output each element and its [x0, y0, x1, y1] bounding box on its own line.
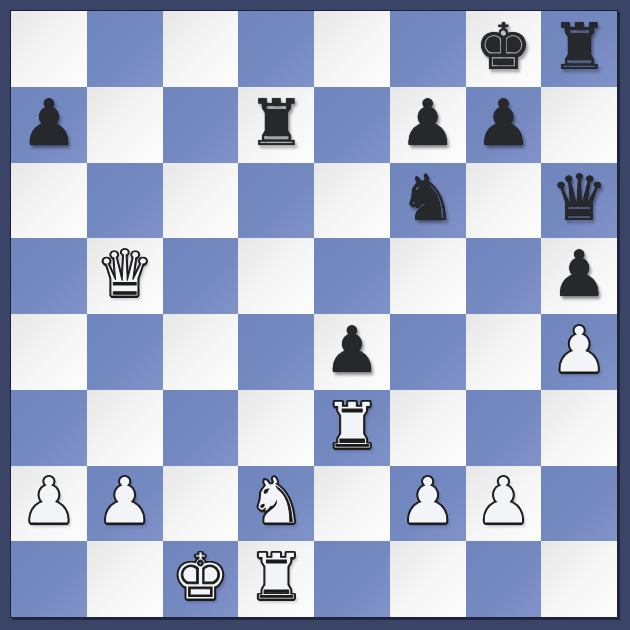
- square-a8[interactable]: [11, 11, 87, 87]
- piece-white-rook[interactable]: ♜: [247, 545, 304, 609]
- piece-black-queen[interactable]: ♛: [550, 166, 607, 230]
- square-g6[interactable]: [466, 163, 542, 239]
- square-c4[interactable]: [163, 314, 239, 390]
- square-h2[interactable]: [541, 466, 617, 542]
- square-h1[interactable]: [541, 541, 617, 617]
- square-c7[interactable]: [163, 87, 239, 163]
- square-d2[interactable]: ♞: [238, 466, 314, 542]
- square-d8[interactable]: [238, 11, 314, 87]
- piece-black-pawn[interactable]: ♟: [399, 91, 456, 155]
- square-e3[interactable]: ♜: [314, 390, 390, 466]
- square-f2[interactable]: ♟: [390, 466, 466, 542]
- piece-black-pawn[interactable]: ♟: [550, 242, 607, 306]
- square-c8[interactable]: [163, 11, 239, 87]
- square-h8[interactable]: ♜: [541, 11, 617, 87]
- piece-black-pawn[interactable]: ♟: [20, 91, 77, 155]
- square-b3[interactable]: [87, 390, 163, 466]
- square-c6[interactable]: [163, 163, 239, 239]
- piece-black-rook[interactable]: ♜: [247, 91, 304, 155]
- square-b7[interactable]: [87, 87, 163, 163]
- square-b1[interactable]: [87, 541, 163, 617]
- square-f7[interactable]: ♟: [390, 87, 466, 163]
- square-f3[interactable]: [390, 390, 466, 466]
- square-h7[interactable]: [541, 87, 617, 163]
- square-a6[interactable]: [11, 163, 87, 239]
- square-d6[interactable]: [238, 163, 314, 239]
- square-e4[interactable]: ♟: [314, 314, 390, 390]
- square-f1[interactable]: [390, 541, 466, 617]
- square-c2[interactable]: [163, 466, 239, 542]
- square-g2[interactable]: ♟: [466, 466, 542, 542]
- piece-white-pawn[interactable]: ♟: [550, 318, 607, 382]
- square-a3[interactable]: [11, 390, 87, 466]
- piece-black-pawn[interactable]: ♟: [475, 91, 532, 155]
- square-b5[interactable]: ♛: [87, 238, 163, 314]
- square-a4[interactable]: [11, 314, 87, 390]
- square-g7[interactable]: ♟: [466, 87, 542, 163]
- square-f5[interactable]: [390, 238, 466, 314]
- piece-white-pawn[interactable]: ♟: [20, 469, 77, 533]
- piece-white-queen[interactable]: ♛: [96, 242, 153, 306]
- square-a7[interactable]: ♟: [11, 87, 87, 163]
- piece-white-pawn[interactable]: ♟: [399, 469, 456, 533]
- square-e5[interactable]: [314, 238, 390, 314]
- square-a1[interactable]: [11, 541, 87, 617]
- square-g3[interactable]: [466, 390, 542, 466]
- piece-white-knight[interactable]: ♞: [247, 469, 304, 533]
- square-h4[interactable]: ♟: [541, 314, 617, 390]
- piece-white-king[interactable]: ♚: [172, 545, 229, 609]
- square-d7[interactable]: ♜: [238, 87, 314, 163]
- square-g4[interactable]: [466, 314, 542, 390]
- piece-black-king[interactable]: ♚: [475, 15, 532, 79]
- piece-white-pawn[interactable]: ♟: [96, 469, 153, 533]
- square-f8[interactable]: [390, 11, 466, 87]
- piece-black-knight[interactable]: ♞: [399, 166, 456, 230]
- square-a5[interactable]: [11, 238, 87, 314]
- square-g5[interactable]: [466, 238, 542, 314]
- chess-board: ♚♜♟♜♟♟♞♛♛♟♟♟♜♟♟♞♟♟♚♜: [10, 10, 618, 618]
- piece-black-pawn[interactable]: ♟: [323, 318, 380, 382]
- square-e6[interactable]: [314, 163, 390, 239]
- piece-white-rook[interactable]: ♜: [323, 394, 380, 458]
- square-c3[interactable]: [163, 390, 239, 466]
- square-b4[interactable]: [87, 314, 163, 390]
- square-c5[interactable]: [163, 238, 239, 314]
- square-e1[interactable]: [314, 541, 390, 617]
- square-h5[interactable]: ♟: [541, 238, 617, 314]
- square-g8[interactable]: ♚: [466, 11, 542, 87]
- square-d4[interactable]: [238, 314, 314, 390]
- square-g1[interactable]: [466, 541, 542, 617]
- board-frame: ♚♜♟♜♟♟♞♛♛♟♟♟♜♟♟♞♟♟♚♜: [0, 0, 630, 630]
- square-b8[interactable]: [87, 11, 163, 87]
- square-f6[interactable]: ♞: [390, 163, 466, 239]
- square-h6[interactable]: ♛: [541, 163, 617, 239]
- square-b6[interactable]: [87, 163, 163, 239]
- square-e2[interactable]: [314, 466, 390, 542]
- square-a2[interactable]: ♟: [11, 466, 87, 542]
- square-c1[interactable]: ♚: [163, 541, 239, 617]
- square-h3[interactable]: [541, 390, 617, 466]
- square-e7[interactable]: [314, 87, 390, 163]
- piece-black-rook[interactable]: ♜: [550, 15, 607, 79]
- square-d3[interactable]: [238, 390, 314, 466]
- square-d5[interactable]: [238, 238, 314, 314]
- square-b2[interactable]: ♟: [87, 466, 163, 542]
- square-d1[interactable]: ♜: [238, 541, 314, 617]
- piece-white-pawn[interactable]: ♟: [475, 469, 532, 533]
- square-f4[interactable]: [390, 314, 466, 390]
- square-e8[interactable]: [314, 11, 390, 87]
